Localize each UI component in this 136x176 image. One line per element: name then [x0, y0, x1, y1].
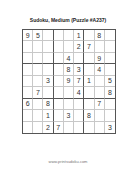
sudoku-cell[interactable]: [43, 87, 53, 98]
sudoku-cell[interactable]: [43, 30, 53, 41]
sudoku-cell[interactable]: 6: [23, 99, 33, 110]
sudoku-cell[interactable]: 8: [105, 87, 115, 98]
sudoku-cell[interactable]: [23, 76, 33, 87]
sudoku-cell[interactable]: [84, 30, 94, 41]
sudoku-cell[interactable]: [64, 30, 74, 41]
sudoku-board: 9518274983439715748687138273: [22, 29, 116, 134]
sudoku-cell[interactable]: [64, 87, 74, 98]
sudoku-cell[interactable]: [95, 87, 105, 98]
sudoku-cell[interactable]: [33, 76, 43, 87]
sudoku-cell[interactable]: 3: [43, 76, 53, 87]
sudoku-cell[interactable]: [33, 110, 43, 121]
sudoku-cell[interactable]: 9: [23, 30, 33, 41]
sudoku-cell[interactable]: 2: [43, 122, 53, 133]
sudoku-cell[interactable]: [64, 99, 74, 110]
sudoku-cell[interactable]: [33, 99, 43, 110]
sudoku-cell[interactable]: 4: [74, 87, 84, 98]
sudoku-cell[interactable]: [95, 41, 105, 52]
sudoku-cell[interactable]: [43, 64, 53, 75]
sudoku-cell[interactable]: [33, 122, 43, 133]
sudoku-cell[interactable]: 8: [43, 99, 53, 110]
sudoku-cell[interactable]: [23, 64, 33, 75]
sudoku-cell[interactable]: 5: [33, 30, 43, 41]
sudoku-cell[interactable]: [43, 41, 53, 52]
sudoku-cell[interactable]: 8: [84, 110, 94, 121]
sudoku-cell[interactable]: [74, 122, 84, 133]
sudoku-cell[interactable]: [95, 76, 105, 87]
sudoku-cell[interactable]: [84, 53, 94, 64]
sudoku-cell[interactable]: [105, 110, 115, 121]
sudoku-cell[interactable]: [105, 64, 115, 75]
sudoku-cell[interactable]: [33, 53, 43, 64]
puzzle-title: Sudoku, Medium (Puzzle #A237): [0, 17, 136, 23]
sudoku-cell[interactable]: [74, 53, 84, 64]
sudoku-cell[interactable]: [23, 41, 33, 52]
sudoku-cell[interactable]: 7: [95, 99, 105, 110]
sudoku-cell[interactable]: 7: [33, 87, 43, 98]
sudoku-cell[interactable]: [54, 30, 64, 41]
sudoku-cell[interactable]: 1: [84, 76, 94, 87]
sudoku-cell[interactable]: [23, 110, 33, 121]
sudoku-cell[interactable]: [33, 41, 43, 52]
sudoku-cell[interactable]: [105, 53, 115, 64]
sudoku-cell[interactable]: 3: [105, 122, 115, 133]
sudoku-cell[interactable]: [74, 99, 84, 110]
sudoku-cell[interactable]: 1: [43, 110, 53, 121]
sudoku-cell[interactable]: [84, 64, 94, 75]
page: { "game": "sudoku", "position": "95...1.…: [0, 0, 136, 176]
sudoku-cell[interactable]: 7: [54, 122, 64, 133]
sudoku-cell[interactable]: [105, 41, 115, 52]
sudoku-cell[interactable]: [54, 41, 64, 52]
sudoku-cell[interactable]: [54, 110, 64, 121]
sudoku-cell[interactable]: 7: [74, 76, 84, 87]
sudoku-cell[interactable]: 9: [64, 76, 74, 87]
sudoku-cell[interactable]: 1: [74, 30, 84, 41]
sudoku-cell[interactable]: [64, 122, 74, 133]
sudoku-cell[interactable]: [23, 53, 33, 64]
sudoku-cell[interactable]: [105, 99, 115, 110]
sudoku-cell[interactable]: [64, 41, 74, 52]
sudoku-cell[interactable]: 3: [74, 64, 84, 75]
sudoku-cell[interactable]: [54, 64, 64, 75]
sudoku-cell[interactable]: [54, 99, 64, 110]
sudoku-cell[interactable]: [74, 110, 84, 121]
sudoku-cell[interactable]: [43, 53, 53, 64]
sudoku-cell[interactable]: [33, 64, 43, 75]
footer-url: www.printsudoku.com: [0, 159, 136, 164]
sudoku-cell[interactable]: 3: [64, 110, 74, 121]
sudoku-cell[interactable]: 7: [84, 41, 94, 52]
sudoku-cell[interactable]: [23, 87, 33, 98]
sudoku-cell[interactable]: 9: [95, 53, 105, 64]
sudoku-cell[interactable]: 8: [95, 30, 105, 41]
sudoku-cell[interactable]: [105, 30, 115, 41]
sudoku-cell[interactable]: [54, 53, 64, 64]
sudoku-cell[interactable]: 8: [64, 64, 74, 75]
sudoku-cell[interactable]: [23, 122, 33, 133]
sudoku-cell[interactable]: 4: [95, 64, 105, 75]
sudoku-cell[interactable]: [54, 76, 64, 87]
sudoku-cell[interactable]: [84, 99, 94, 110]
sudoku-cell[interactable]: 5: [105, 76, 115, 87]
sudoku-cell[interactable]: [84, 87, 94, 98]
sudoku-cell[interactable]: [95, 110, 105, 121]
sudoku-cell[interactable]: [54, 87, 64, 98]
sudoku-cell[interactable]: [95, 122, 105, 133]
sudoku-cell[interactable]: 4: [64, 53, 74, 64]
sudoku-cell[interactable]: [84, 122, 94, 133]
sudoku-cell[interactable]: 2: [74, 41, 84, 52]
